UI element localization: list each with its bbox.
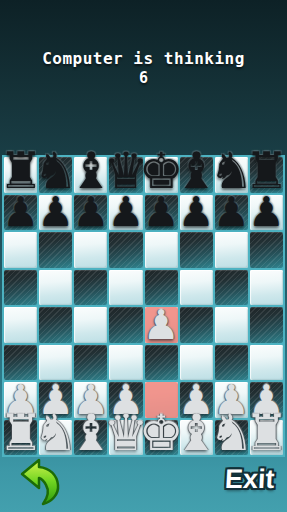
square-f1[interactable]: ♝ — [180, 420, 213, 456]
square-a6[interactable] — [4, 232, 37, 268]
square-f4[interactable] — [180, 307, 213, 343]
piece-black-pawn[interactable]: ♟ — [178, 192, 215, 233]
square-d7[interactable]: ♟ — [109, 195, 142, 231]
square-g4[interactable] — [215, 307, 248, 343]
square-f7[interactable]: ♟ — [180, 195, 213, 231]
piece-white-rook[interactable]: ♜ — [244, 408, 287, 458]
chess-board[interactable]: ♜♞♝♛♚♝♞♜♟♟♟♟♟♟♟♟♟♟♟♟♟♟♟♟♜♞♝♛♚♝♞♜ — [2, 155, 285, 457]
piece-black-pawn[interactable]: ♟ — [72, 192, 109, 233]
square-e3[interactable] — [145, 345, 178, 381]
square-c5[interactable] — [74, 270, 107, 306]
square-d6[interactable] — [109, 232, 142, 268]
square-b1[interactable]: ♞ — [39, 420, 72, 456]
square-c1[interactable]: ♝ — [74, 420, 107, 456]
square-g1[interactable]: ♞ — [215, 420, 248, 456]
square-a5[interactable] — [4, 270, 37, 306]
piece-white-pawn[interactable]: ♟ — [143, 305, 180, 346]
square-d5[interactable] — [109, 270, 142, 306]
exit-button[interactable]: Exit — [225, 464, 276, 495]
piece-black-pawn[interactable]: ♟ — [143, 192, 180, 233]
square-g7[interactable]: ♟ — [215, 195, 248, 231]
square-f6[interactable] — [180, 232, 213, 268]
square-h5[interactable] — [250, 270, 283, 306]
status-message: Computer is thinking — [0, 49, 287, 68]
square-c6[interactable] — [74, 232, 107, 268]
square-c4[interactable] — [74, 307, 107, 343]
square-e4[interactable]: ♟ — [145, 307, 178, 343]
square-e1[interactable]: ♚ — [145, 420, 178, 456]
square-a4[interactable] — [4, 307, 37, 343]
square-g6[interactable] — [215, 232, 248, 268]
piece-black-pawn[interactable]: ♟ — [248, 192, 285, 233]
square-h4[interactable] — [250, 307, 283, 343]
square-a1[interactable]: ♜ — [4, 420, 37, 456]
piece-black-pawn[interactable]: ♟ — [2, 192, 39, 233]
back-button[interactable] — [18, 458, 66, 506]
square-b5[interactable] — [39, 270, 72, 306]
square-d4[interactable] — [109, 307, 142, 343]
status-area: Computer is thinking 6 — [0, 49, 287, 87]
square-a7[interactable]: ♟ — [4, 195, 37, 231]
square-f5[interactable] — [180, 270, 213, 306]
square-b6[interactable] — [39, 232, 72, 268]
square-h7[interactable]: ♟ — [250, 195, 283, 231]
square-b4[interactable] — [39, 307, 72, 343]
square-e7[interactable]: ♟ — [145, 195, 178, 231]
piece-black-pawn[interactable]: ♟ — [108, 192, 145, 233]
square-h6[interactable] — [250, 232, 283, 268]
piece-black-pawn[interactable]: ♟ — [37, 192, 74, 233]
square-e6[interactable] — [145, 232, 178, 268]
square-b7[interactable]: ♟ — [39, 195, 72, 231]
chess-game-screen: Computer is thinking 6 ♜♞♝♛♚♝♞♜♟♟♟♟♟♟♟♟♟… — [0, 0, 287, 512]
square-c7[interactable]: ♟ — [74, 195, 107, 231]
undo-arrow-icon — [18, 458, 66, 506]
square-d1[interactable]: ♛ — [109, 420, 142, 456]
piece-black-pawn[interactable]: ♟ — [213, 192, 250, 233]
thinking-depth: 6 — [0, 69, 287, 87]
square-g5[interactable] — [215, 270, 248, 306]
square-h1[interactable]: ♜ — [250, 420, 283, 456]
